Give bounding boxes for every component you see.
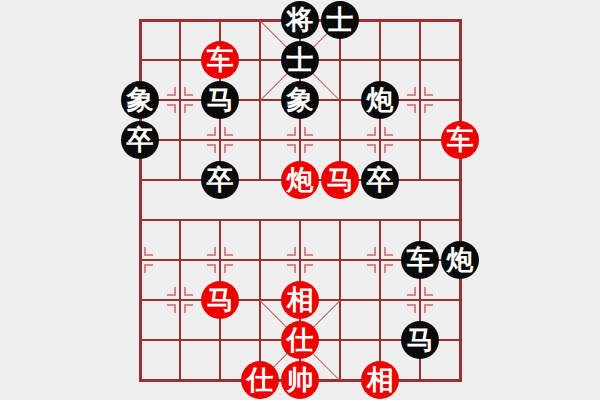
grid-line-vertical xyxy=(179,19,181,181)
point-mark xyxy=(184,104,193,113)
point-mark xyxy=(424,287,433,296)
point-mark xyxy=(287,144,296,153)
point-mark xyxy=(367,247,376,256)
point-mark xyxy=(407,304,416,313)
xiangqi-app-canvas: 将士车士象马象炮卒车卒炮马卒车炮马相仕马仕帅相 xyxy=(0,0,600,400)
red-chariot[interactable]: 车 xyxy=(201,41,239,79)
black-horse[interactable]: 马 xyxy=(401,321,439,359)
point-mark xyxy=(207,127,216,136)
point-mark xyxy=(304,264,313,273)
black-advisor[interactable]: 士 xyxy=(281,41,319,79)
point-mark xyxy=(304,144,313,153)
point-mark xyxy=(367,144,376,153)
point-mark xyxy=(304,247,313,256)
point-mark xyxy=(424,104,433,113)
point-mark xyxy=(184,287,193,296)
point-mark xyxy=(224,127,233,136)
black-pawn[interactable]: 卒 xyxy=(121,121,159,159)
point-mark xyxy=(367,127,376,136)
point-mark xyxy=(144,264,153,273)
point-mark xyxy=(224,144,233,153)
point-mark xyxy=(384,264,393,273)
point-mark xyxy=(167,304,176,313)
point-mark xyxy=(384,144,393,153)
point-mark xyxy=(167,104,176,113)
red-elephant[interactable]: 相 xyxy=(281,281,319,319)
point-mark xyxy=(367,264,376,273)
point-mark xyxy=(207,264,216,273)
black-pawn[interactable]: 卒 xyxy=(361,161,399,199)
point-mark xyxy=(424,87,433,96)
black-elephant[interactable]: 象 xyxy=(281,81,319,119)
black-horse[interactable]: 马 xyxy=(201,81,239,119)
red-horse[interactable]: 马 xyxy=(201,281,239,319)
black-chariot[interactable]: 车 xyxy=(401,241,439,279)
point-mark xyxy=(144,247,153,256)
point-mark xyxy=(224,247,233,256)
grid-line-vertical xyxy=(379,219,381,381)
point-mark xyxy=(184,87,193,96)
red-elephant[interactable]: 相 xyxy=(361,361,399,399)
point-mark xyxy=(207,144,216,153)
grid-line-vertical xyxy=(419,19,421,181)
red-cannon[interactable]: 炮 xyxy=(281,161,319,199)
red-king[interactable]: 帅 xyxy=(281,361,319,399)
point-mark xyxy=(407,87,416,96)
black-advisor[interactable]: 士 xyxy=(321,1,359,39)
point-mark xyxy=(287,127,296,136)
point-mark xyxy=(207,247,216,256)
grid-line-vertical xyxy=(179,219,181,381)
point-mark xyxy=(384,127,393,136)
point-mark xyxy=(184,304,193,313)
grid-line-vertical-edge xyxy=(139,19,142,382)
black-pawn[interactable]: 卒 xyxy=(201,161,239,199)
point-mark xyxy=(424,304,433,313)
red-advisor[interactable]: 仕 xyxy=(241,361,279,399)
black-cannon[interactable]: 炮 xyxy=(441,241,479,279)
point-mark xyxy=(407,287,416,296)
red-advisor[interactable]: 仕 xyxy=(281,321,319,359)
point-mark xyxy=(167,287,176,296)
black-cannon[interactable]: 炮 xyxy=(361,81,399,119)
black-general[interactable]: 将 xyxy=(281,1,319,39)
black-elephant[interactable]: 象 xyxy=(121,81,159,119)
xiangqi-board[interactable]: 将士车士象马象炮卒车卒炮马卒车炮马相仕马仕帅相 xyxy=(140,20,460,380)
point-mark xyxy=(304,127,313,136)
point-mark xyxy=(384,247,393,256)
red-chariot[interactable]: 车 xyxy=(441,121,479,159)
grid-line-vertical-edge xyxy=(459,19,462,382)
point-mark xyxy=(287,264,296,273)
red-horse[interactable]: 马 xyxy=(321,161,359,199)
point-mark xyxy=(167,87,176,96)
point-mark xyxy=(224,264,233,273)
point-mark xyxy=(407,104,416,113)
point-mark xyxy=(287,247,296,256)
